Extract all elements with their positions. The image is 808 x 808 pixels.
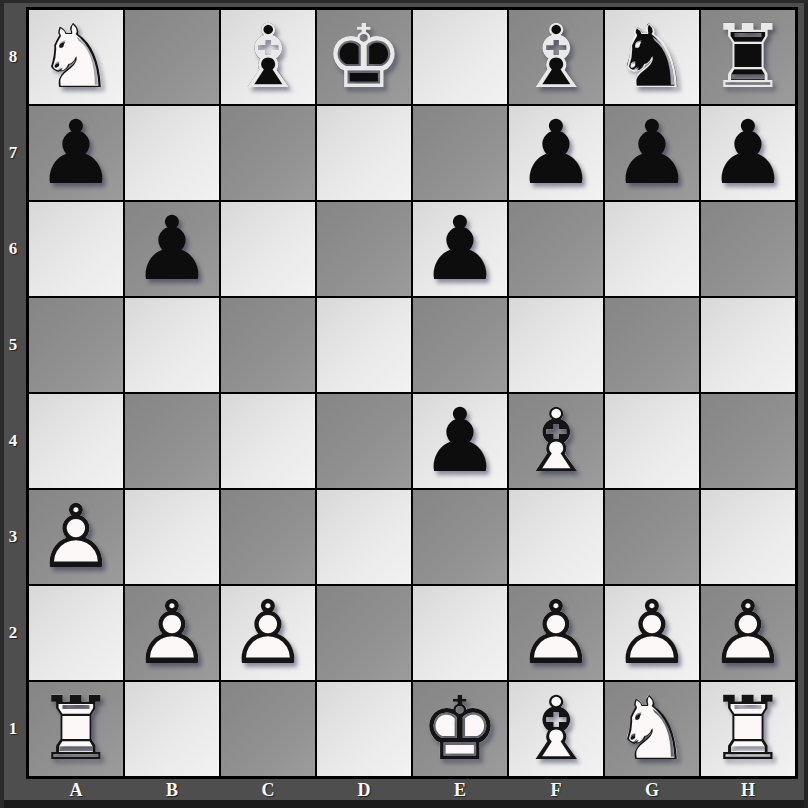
square-h4[interactable]	[700, 393, 796, 489]
square-a8[interactable]: ♞♘	[28, 9, 124, 105]
square-c4[interactable]	[220, 393, 316, 489]
square-e4[interactable]: ♟	[412, 393, 508, 489]
piece-white-king-e1[interactable]: ♚	[421, 682, 500, 776]
square-c1[interactable]	[220, 681, 316, 777]
square-f5[interactable]	[508, 297, 604, 393]
square-f6[interactable]	[508, 201, 604, 297]
chess-diagram-frame: ♞♘♝♗♚♔♝♗♞♘♜♖♟♟♟♟♟♟♟♝♗♟♙♟♙♟♙♟♙♟♙♟♙♜♖♚♔♝♗♞…	[0, 0, 808, 808]
white-rook-outline-icon: ♖	[709, 682, 788, 776]
square-h3[interactable]	[700, 489, 796, 585]
piece-white-knight-g1[interactable]: ♞	[613, 682, 692, 776]
square-e2[interactable]	[412, 585, 508, 681]
rank-label-6: 6	[0, 201, 26, 297]
piece-black-bishop-f8[interactable]: ♝	[517, 10, 596, 104]
chess-board: ♞♘♝♗♚♔♝♗♞♘♜♖♟♟♟♟♟♟♟♝♗♟♙♟♙♟♙♟♙♟♙♟♙♜♖♚♔♝♗♞…	[26, 7, 798, 779]
white-rook-outline-icon: ♖	[37, 682, 116, 776]
piece-black-pawn-b6[interactable]: ♟	[133, 202, 212, 296]
square-g6[interactable]	[604, 201, 700, 297]
square-h8[interactable]: ♜♖	[700, 9, 796, 105]
square-f8[interactable]: ♝♗	[508, 9, 604, 105]
square-d1[interactable]	[316, 681, 412, 777]
square-c6[interactable]	[220, 201, 316, 297]
square-h7[interactable]: ♟	[700, 105, 796, 201]
square-g7[interactable]: ♟	[604, 105, 700, 201]
square-f1[interactable]: ♝♗	[508, 681, 604, 777]
square-d7[interactable]	[316, 105, 412, 201]
white-pawn-outline-icon: ♙	[613, 586, 692, 680]
file-label-f: F	[508, 781, 604, 800]
white-king-outline-icon: ♔	[421, 682, 500, 776]
square-b6[interactable]: ♟	[124, 201, 220, 297]
square-e7[interactable]	[412, 105, 508, 201]
black-rook-outline-icon: ♖	[709, 10, 788, 104]
white-pawn-outline-icon: ♙	[133, 586, 212, 680]
square-g4[interactable]	[604, 393, 700, 489]
square-a5[interactable]	[28, 297, 124, 393]
piece-white-bishop-f1[interactable]: ♝	[517, 682, 596, 776]
piece-white-rook-a1[interactable]: ♜	[37, 682, 116, 776]
square-g8[interactable]: ♞♘	[604, 9, 700, 105]
square-g5[interactable]	[604, 297, 700, 393]
piece-black-rook-h8[interactable]: ♜	[709, 10, 788, 104]
square-e5[interactable]	[412, 297, 508, 393]
square-g2[interactable]: ♟♙	[604, 585, 700, 681]
square-e6[interactable]: ♟	[412, 201, 508, 297]
square-b5[interactable]	[124, 297, 220, 393]
white-bishop-outline-icon: ♗	[517, 682, 596, 776]
piece-black-pawn-e6[interactable]: ♟	[421, 202, 500, 296]
square-h1[interactable]: ♜♖	[700, 681, 796, 777]
rank-label-3: 3	[0, 489, 26, 585]
white-pawn-outline-icon: ♙	[709, 586, 788, 680]
square-f2[interactable]: ♟♙	[508, 585, 604, 681]
piece-black-pawn-a7[interactable]: ♟	[37, 106, 116, 200]
file-label-h: H	[700, 781, 796, 800]
piece-white-rook-h1[interactable]: ♜	[709, 682, 788, 776]
white-knight-outline-icon: ♘	[613, 682, 692, 776]
square-c5[interactable]	[220, 297, 316, 393]
white-pawn-outline-icon: ♙	[37, 490, 116, 584]
rank-label-1: 1	[0, 681, 26, 777]
square-g3[interactable]	[604, 489, 700, 585]
piece-black-bishop-c8[interactable]: ♝	[229, 10, 308, 104]
square-d6[interactable]	[316, 201, 412, 297]
square-b3[interactable]	[124, 489, 220, 585]
square-c7[interactable]	[220, 105, 316, 201]
square-h5[interactable]	[700, 297, 796, 393]
square-a7[interactable]: ♟	[28, 105, 124, 201]
square-a1[interactable]: ♜♖	[28, 681, 124, 777]
black-knight-outline-icon: ♘	[613, 10, 692, 104]
square-d2[interactable]	[316, 585, 412, 681]
square-h2[interactable]: ♟♙	[700, 585, 796, 681]
square-b4[interactable]	[124, 393, 220, 489]
file-label-g: G	[604, 781, 700, 800]
file-label-a: A	[28, 781, 124, 800]
piece-white-pawn-f2[interactable]: ♟	[517, 586, 596, 680]
black-bishop-outline-icon: ♗	[517, 10, 596, 104]
black-bishop-outline-icon: ♗	[229, 10, 308, 104]
square-g1[interactable]: ♞♘	[604, 681, 700, 777]
piece-white-bishop-f4[interactable]: ♝	[517, 394, 596, 488]
square-d3[interactable]	[316, 489, 412, 585]
square-e1[interactable]: ♚♔	[412, 681, 508, 777]
piece-white-knight-a8[interactable]: ♞	[37, 10, 116, 104]
square-a3[interactable]: ♟♙	[28, 489, 124, 585]
rank-label-2: 2	[0, 585, 26, 681]
piece-black-pawn-g7[interactable]: ♟	[613, 106, 692, 200]
file-label-b: B	[124, 781, 220, 800]
piece-white-pawn-b2[interactable]: ♟	[133, 586, 212, 680]
rank-label-8: 8	[0, 9, 26, 105]
piece-white-pawn-c2[interactable]: ♟	[229, 586, 308, 680]
piece-white-pawn-h2[interactable]: ♟	[709, 586, 788, 680]
square-e8[interactable]	[412, 9, 508, 105]
square-f4[interactable]: ♝♗	[508, 393, 604, 489]
piece-black-king-d8[interactable]: ♚	[325, 10, 404, 104]
square-d8[interactable]: ♚♔	[316, 9, 412, 105]
file-label-c: C	[220, 781, 316, 800]
square-c8[interactable]: ♝♗	[220, 9, 316, 105]
square-f7[interactable]: ♟	[508, 105, 604, 201]
square-a2[interactable]	[28, 585, 124, 681]
file-label-d: D	[316, 781, 412, 800]
square-b1[interactable]	[124, 681, 220, 777]
rank-label-5: 5	[0, 297, 26, 393]
square-a6[interactable]	[28, 201, 124, 297]
square-d5[interactable]	[316, 297, 412, 393]
rank-label-7: 7	[0, 105, 26, 201]
square-b7[interactable]	[124, 105, 220, 201]
square-h6[interactable]	[700, 201, 796, 297]
piece-black-knight-g8[interactable]: ♞	[613, 10, 692, 104]
white-pawn-outline-icon: ♙	[517, 586, 596, 680]
square-c3[interactable]	[220, 489, 316, 585]
square-e3[interactable]	[412, 489, 508, 585]
piece-white-pawn-a3[interactable]: ♟	[37, 490, 116, 584]
white-pawn-outline-icon: ♙	[229, 586, 308, 680]
file-label-e: E	[412, 781, 508, 800]
square-b2[interactable]: ♟♙	[124, 585, 220, 681]
white-bishop-outline-icon: ♗	[517, 394, 596, 488]
square-a4[interactable]	[28, 393, 124, 489]
rank-label-4: 4	[0, 393, 26, 489]
black-king-outline-icon: ♔	[325, 10, 404, 104]
piece-white-pawn-g2[interactable]: ♟	[613, 586, 692, 680]
piece-black-pawn-f7[interactable]: ♟	[517, 106, 596, 200]
square-f3[interactable]	[508, 489, 604, 585]
white-knight-outline-icon: ♘	[37, 10, 116, 104]
piece-black-pawn-e4[interactable]: ♟	[421, 394, 500, 488]
square-c2[interactable]: ♟♙	[220, 585, 316, 681]
square-d4[interactable]	[316, 393, 412, 489]
piece-black-pawn-h7[interactable]: ♟	[709, 106, 788, 200]
square-b8[interactable]	[124, 9, 220, 105]
